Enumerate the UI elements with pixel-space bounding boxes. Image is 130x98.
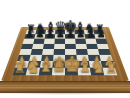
square-f1[interactable]: ♝: [77, 68, 91, 75]
piece-white-rook[interactable]: ♜: [13, 61, 26, 75]
photo-scene: ♜♞♝♛♚♝♞♜♟♟♟♟♟♟♟♟♟♟♟♟♟♟♟♟♜♞♝♛♚♝♞♜: [0, 0, 130, 98]
piece-white-knight[interactable]: ♞: [90, 59, 105, 76]
square-e5[interactable]: [65, 44, 76, 49]
piece-black-pawn[interactable]: ♟: [76, 29, 85, 39]
square-d5[interactable]: [54, 44, 65, 49]
square-f7[interactable]: ♟: [75, 34, 86, 39]
square-e1[interactable]: ♚: [65, 68, 78, 75]
piece-black-pawn[interactable]: ♟: [55, 29, 64, 39]
piece-black-pawn[interactable]: ♟: [25, 29, 34, 39]
square-e7[interactable]: ♟: [65, 34, 75, 39]
square-c5[interactable]: [43, 44, 54, 49]
piece-black-pawn[interactable]: ♟: [35, 29, 44, 39]
piece-white-rook[interactable]: ♜: [104, 61, 117, 75]
chess-board-frame: ♜♞♝♛♚♝♞♜♟♟♟♟♟♟♟♟♟♟♟♟♟♟♟♟♜♞♝♛♚♝♞♜: [1, 27, 129, 81]
square-g1[interactable]: ♞: [90, 68, 104, 75]
chess-board: ♜♞♝♛♚♝♞♜♟♟♟♟♟♟♟♟♟♟♟♟♟♟♟♟♜♞♝♛♚♝♞♜: [13, 30, 118, 75]
piece-black-pawn[interactable]: ♟: [96, 29, 105, 39]
square-a5[interactable]: [21, 44, 33, 49]
piece-black-pawn[interactable]: ♟: [45, 29, 54, 39]
square-g7[interactable]: ♟: [85, 34, 96, 39]
piece-black-pawn[interactable]: ♟: [86, 29, 95, 39]
square-c7[interactable]: ♟: [45, 34, 56, 39]
square-h7[interactable]: ♟: [94, 34, 105, 39]
square-a7[interactable]: ♟: [24, 34, 35, 39]
square-b5[interactable]: [32, 44, 44, 49]
board-perspective-wrapper: ♜♞♝♛♚♝♞♜♟♟♟♟♟♟♟♟♟♟♟♟♟♟♟♟♜♞♝♛♚♝♞♜: [1, 27, 129, 81]
board-shadow: [2, 89, 128, 95]
square-d7[interactable]: ♟: [55, 34, 65, 39]
square-h5[interactable]: [97, 44, 109, 49]
square-h1[interactable]: ♜: [102, 68, 117, 75]
square-f5[interactable]: [76, 44, 87, 49]
piece-black-pawn[interactable]: ♟: [66, 29, 75, 39]
square-b7[interactable]: ♟: [34, 34, 45, 39]
